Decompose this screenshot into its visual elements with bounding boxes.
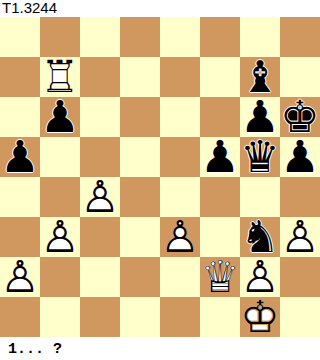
square-b2[interactable]: [40, 257, 80, 297]
square-e4[interactable]: [160, 177, 200, 217]
square-e5[interactable]: [160, 137, 200, 177]
square-a6[interactable]: [0, 97, 40, 137]
white-rook-icon: ♜♖: [40, 57, 80, 97]
white-pawn-icon: ♟♙: [40, 217, 80, 257]
square-g1[interactable]: ♚♔: [240, 297, 280, 337]
square-e1[interactable]: [160, 297, 200, 337]
square-g6[interactable]: ♟: [240, 97, 280, 137]
square-f6[interactable]: [200, 97, 240, 137]
square-a5[interactable]: ♟: [0, 137, 40, 177]
square-c5[interactable]: [80, 137, 120, 177]
square-h5[interactable]: ♟: [280, 137, 320, 177]
square-c7[interactable]: [80, 57, 120, 97]
white-pawn-icon: ♟♙: [0, 257, 40, 297]
square-f1[interactable]: [200, 297, 240, 337]
square-d7[interactable]: [120, 57, 160, 97]
square-d8[interactable]: [120, 17, 160, 57]
square-g7[interactable]: ♝: [240, 57, 280, 97]
square-f2[interactable]: ♛♕: [200, 257, 240, 297]
square-c3[interactable]: [80, 217, 120, 257]
square-f7[interactable]: [200, 57, 240, 97]
square-h1[interactable]: [280, 297, 320, 337]
square-g3[interactable]: ♞: [240, 217, 280, 257]
square-g5[interactable]: ♛: [240, 137, 280, 177]
square-h3[interactable]: ♟♙: [280, 217, 320, 257]
square-d6[interactable]: [120, 97, 160, 137]
chess-board: ♜♖♝♟♟♚♟♟♛♟♟♙♟♙♟♙♞♟♙♟♙♛♕♟♙♚♔: [0, 17, 320, 337]
square-h8[interactable]: [280, 17, 320, 57]
square-b1[interactable]: [40, 297, 80, 337]
white-queen-icon: ♛♕: [200, 257, 240, 297]
square-e8[interactable]: [160, 17, 200, 57]
square-f4[interactable]: [200, 177, 240, 217]
white-pawn-icon: ♟♙: [80, 177, 120, 217]
square-f5[interactable]: ♟: [200, 137, 240, 177]
square-g4[interactable]: [240, 177, 280, 217]
square-a8[interactable]: [0, 17, 40, 57]
white-pawn-icon: ♟♙: [160, 217, 200, 257]
black-bishop-icon: ♝: [240, 57, 280, 97]
square-a3[interactable]: [0, 217, 40, 257]
square-b3[interactable]: ♟♙: [40, 217, 80, 257]
black-pawn-icon: ♟: [40, 97, 80, 137]
square-b5[interactable]: [40, 137, 80, 177]
square-a1[interactable]: [0, 297, 40, 337]
chess-puzzle-app: T1.3244 ♜♖♝♟♟♚♟♟♛♟♟♙♟♙♟♙♞♟♙♟♙♛♕♟♙♚♔ 1...…: [0, 0, 320, 360]
square-a4[interactable]: [0, 177, 40, 217]
square-d3[interactable]: [120, 217, 160, 257]
square-d2[interactable]: [120, 257, 160, 297]
square-h7[interactable]: [280, 57, 320, 97]
puzzle-id: T1.3244: [0, 0, 320, 17]
square-g2[interactable]: ♟♙: [240, 257, 280, 297]
square-b6[interactable]: ♟: [40, 97, 80, 137]
square-b7[interactable]: ♜♖: [40, 57, 80, 97]
square-c8[interactable]: [80, 17, 120, 57]
square-c2[interactable]: [80, 257, 120, 297]
black-queen-icon: ♛: [240, 137, 280, 177]
black-pawn-icon: ♟: [280, 137, 320, 177]
square-c4[interactable]: ♟♙: [80, 177, 120, 217]
white-king-icon: ♚♔: [240, 297, 280, 337]
square-b4[interactable]: [40, 177, 80, 217]
square-h4[interactable]: [280, 177, 320, 217]
black-knight-icon: ♞: [240, 217, 280, 257]
square-a7[interactable]: [0, 57, 40, 97]
square-e2[interactable]: [160, 257, 200, 297]
black-pawn-icon: ♟: [0, 137, 40, 177]
square-c1[interactable]: [80, 297, 120, 337]
square-f8[interactable]: [200, 17, 240, 57]
square-h2[interactable]: [280, 257, 320, 297]
square-e7[interactable]: [160, 57, 200, 97]
black-king-icon: ♚: [280, 97, 320, 137]
square-g8[interactable]: [240, 17, 280, 57]
square-d5[interactable]: [120, 137, 160, 177]
square-d4[interactable]: [120, 177, 160, 217]
square-e6[interactable]: [160, 97, 200, 137]
square-e3[interactable]: ♟♙: [160, 217, 200, 257]
square-h6[interactable]: ♚: [280, 97, 320, 137]
square-c6[interactable]: [80, 97, 120, 137]
white-pawn-icon: ♟♙: [240, 257, 280, 297]
square-d1[interactable]: [120, 297, 160, 337]
move-prompt: 1... ?: [0, 337, 320, 360]
white-pawn-icon: ♟♙: [280, 217, 320, 257]
square-b8[interactable]: [40, 17, 80, 57]
square-a2[interactable]: ♟♙: [0, 257, 40, 297]
black-pawn-icon: ♟: [240, 97, 280, 137]
black-pawn-icon: ♟: [200, 137, 240, 177]
square-f3[interactable]: [200, 217, 240, 257]
